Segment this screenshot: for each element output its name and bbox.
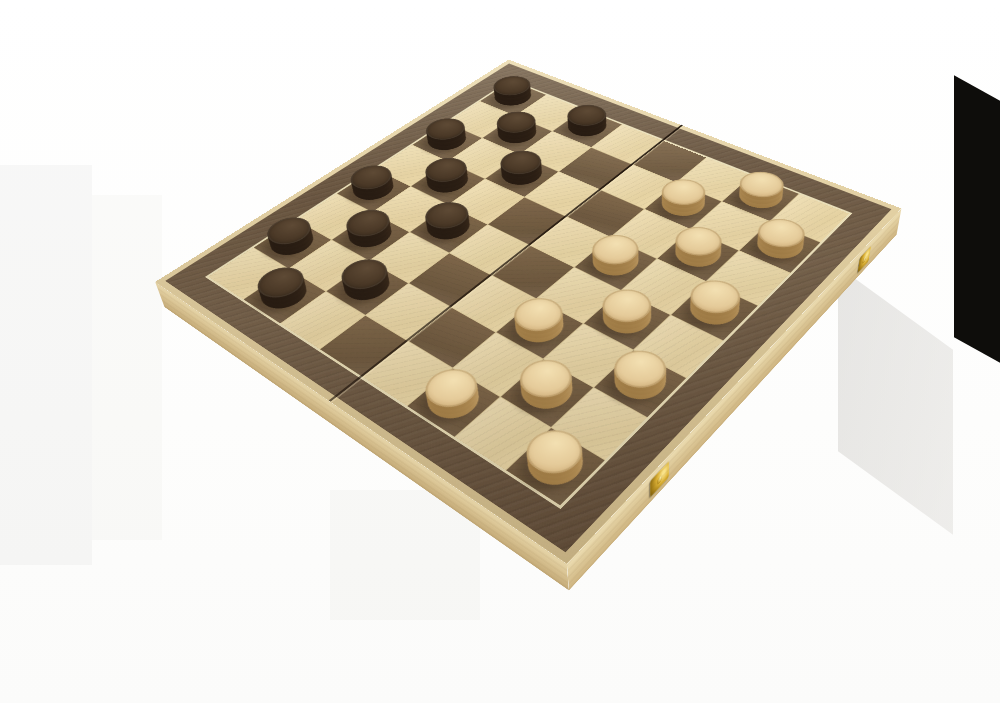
brass-hinge-knuckle (862, 255, 866, 265)
checker-piece-light (584, 243, 647, 284)
photo-stage (0, 0, 1000, 703)
folding-checkers-box (155, 60, 901, 564)
checker-piece-light (748, 227, 811, 267)
checker-piece-light (506, 305, 573, 351)
background-matte-band (92, 195, 162, 540)
board-top-face (155, 60, 901, 564)
brass-clasp-knob (657, 473, 662, 485)
background-matte-band (0, 165, 92, 565)
background-matte-strip (954, 75, 1000, 362)
background-matte-wedge (838, 266, 953, 535)
